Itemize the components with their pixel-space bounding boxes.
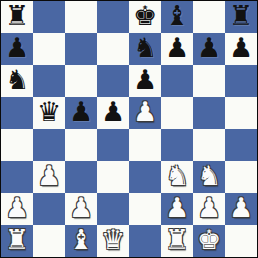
- square-c3[interactable]: [65, 161, 97, 193]
- square-e8[interactable]: ♚: [129, 1, 161, 33]
- square-d4[interactable]: [97, 129, 129, 161]
- piece-black-pawn[interactable]: ♟: [133, 65, 157, 96]
- piece-black-pawn[interactable]: ♟: [69, 97, 93, 128]
- square-g1[interactable]: ♚: [193, 225, 225, 257]
- square-d2[interactable]: [97, 193, 129, 225]
- square-b4[interactable]: [33, 129, 65, 161]
- piece-white-pawn[interactable]: ♟: [229, 193, 253, 224]
- square-c8[interactable]: [65, 1, 97, 33]
- piece-black-rook[interactable]: ♜: [229, 1, 253, 32]
- square-h2[interactable]: ♟: [225, 193, 257, 225]
- piece-black-knight[interactable]: ♞: [5, 65, 29, 96]
- piece-black-pawn[interactable]: ♟: [165, 33, 189, 64]
- square-d7[interactable]: [97, 33, 129, 65]
- square-c1[interactable]: ♝: [65, 225, 97, 257]
- square-b2[interactable]: [33, 193, 65, 225]
- piece-black-king[interactable]: ♚: [133, 1, 157, 32]
- square-c5[interactable]: ♟: [65, 97, 97, 129]
- square-g8[interactable]: [193, 1, 225, 33]
- piece-white-pawn[interactable]: ♟: [37, 161, 61, 192]
- square-a3[interactable]: [1, 161, 33, 193]
- piece-white-knight[interactable]: ♞: [165, 161, 189, 192]
- square-g7[interactable]: ♟: [193, 33, 225, 65]
- piece-black-pawn[interactable]: ♟: [101, 97, 125, 128]
- square-b6[interactable]: [33, 65, 65, 97]
- piece-white-pawn[interactable]: ♟: [165, 193, 189, 224]
- square-a4[interactable]: [1, 129, 33, 161]
- square-e4[interactable]: [129, 129, 161, 161]
- square-h5[interactable]: [225, 97, 257, 129]
- square-c7[interactable]: [65, 33, 97, 65]
- piece-black-bishop[interactable]: ♝: [165, 1, 189, 32]
- piece-white-pawn[interactable]: ♟: [133, 97, 157, 128]
- square-f4[interactable]: [161, 129, 193, 161]
- piece-black-pawn[interactable]: ♟: [229, 33, 253, 64]
- square-e3[interactable]: [129, 161, 161, 193]
- square-d8[interactable]: [97, 1, 129, 33]
- square-f7[interactable]: ♟: [161, 33, 193, 65]
- piece-white-pawn[interactable]: ♟: [197, 193, 221, 224]
- piece-white-pawn[interactable]: ♟: [5, 193, 29, 224]
- square-g3[interactable]: ♞: [193, 161, 225, 193]
- chess-board: ♜♚♝♜♟♞♟♟♟♞♟♛♟♟♟♟♞♞♟♟♟♟♟♜♝♛♜♚: [1, 1, 257, 257]
- piece-black-rook[interactable]: ♜: [5, 1, 29, 32]
- piece-white-pawn[interactable]: ♟: [69, 193, 93, 224]
- piece-white-bishop[interactable]: ♝: [69, 225, 93, 256]
- square-a1[interactable]: ♜: [1, 225, 33, 257]
- square-a2[interactable]: ♟: [1, 193, 33, 225]
- piece-white-rook[interactable]: ♜: [165, 225, 189, 256]
- square-e2[interactable]: [129, 193, 161, 225]
- square-a6[interactable]: ♞: [1, 65, 33, 97]
- square-a8[interactable]: ♜: [1, 1, 33, 33]
- square-f2[interactable]: ♟: [161, 193, 193, 225]
- square-a7[interactable]: ♟: [1, 33, 33, 65]
- square-e5[interactable]: ♟: [129, 97, 161, 129]
- square-h8[interactable]: ♜: [225, 1, 257, 33]
- square-e6[interactable]: ♟: [129, 65, 161, 97]
- square-h7[interactable]: ♟: [225, 33, 257, 65]
- square-b7[interactable]: [33, 33, 65, 65]
- square-g4[interactable]: [193, 129, 225, 161]
- square-d1[interactable]: ♛: [97, 225, 129, 257]
- square-e7[interactable]: ♞: [129, 33, 161, 65]
- square-c2[interactable]: ♟: [65, 193, 97, 225]
- piece-black-queen[interactable]: ♛: [37, 97, 61, 128]
- square-b5[interactable]: ♛: [33, 97, 65, 129]
- square-b3[interactable]: ♟: [33, 161, 65, 193]
- square-d6[interactable]: [97, 65, 129, 97]
- piece-black-pawn[interactable]: ♟: [197, 33, 221, 64]
- square-h6[interactable]: [225, 65, 257, 97]
- piece-white-king[interactable]: ♚: [197, 225, 221, 256]
- square-a5[interactable]: [1, 97, 33, 129]
- piece-black-knight[interactable]: ♞: [133, 33, 157, 64]
- piece-white-rook[interactable]: ♜: [5, 225, 29, 256]
- square-h1[interactable]: [225, 225, 257, 257]
- square-h3[interactable]: [225, 161, 257, 193]
- square-d3[interactable]: [97, 161, 129, 193]
- chess-board-frame: ♜♚♝♜♟♞♟♟♟♞♟♛♟♟♟♟♞♞♟♟♟♟♟♜♝♛♜♚: [0, 0, 258, 258]
- square-g6[interactable]: [193, 65, 225, 97]
- square-c4[interactable]: [65, 129, 97, 161]
- square-b1[interactable]: [33, 225, 65, 257]
- piece-black-pawn[interactable]: ♟: [5, 33, 29, 64]
- square-c6[interactable]: [65, 65, 97, 97]
- piece-white-knight[interactable]: ♞: [197, 161, 221, 192]
- square-h4[interactable]: [225, 129, 257, 161]
- square-e1[interactable]: [129, 225, 161, 257]
- square-f5[interactable]: [161, 97, 193, 129]
- square-f3[interactable]: ♞: [161, 161, 193, 193]
- square-g2[interactable]: ♟: [193, 193, 225, 225]
- piece-white-queen[interactable]: ♛: [101, 225, 125, 256]
- square-f6[interactable]: [161, 65, 193, 97]
- square-f8[interactable]: ♝: [161, 1, 193, 33]
- square-b8[interactable]: [33, 1, 65, 33]
- square-g5[interactable]: [193, 97, 225, 129]
- square-d5[interactable]: ♟: [97, 97, 129, 129]
- square-f1[interactable]: ♜: [161, 225, 193, 257]
